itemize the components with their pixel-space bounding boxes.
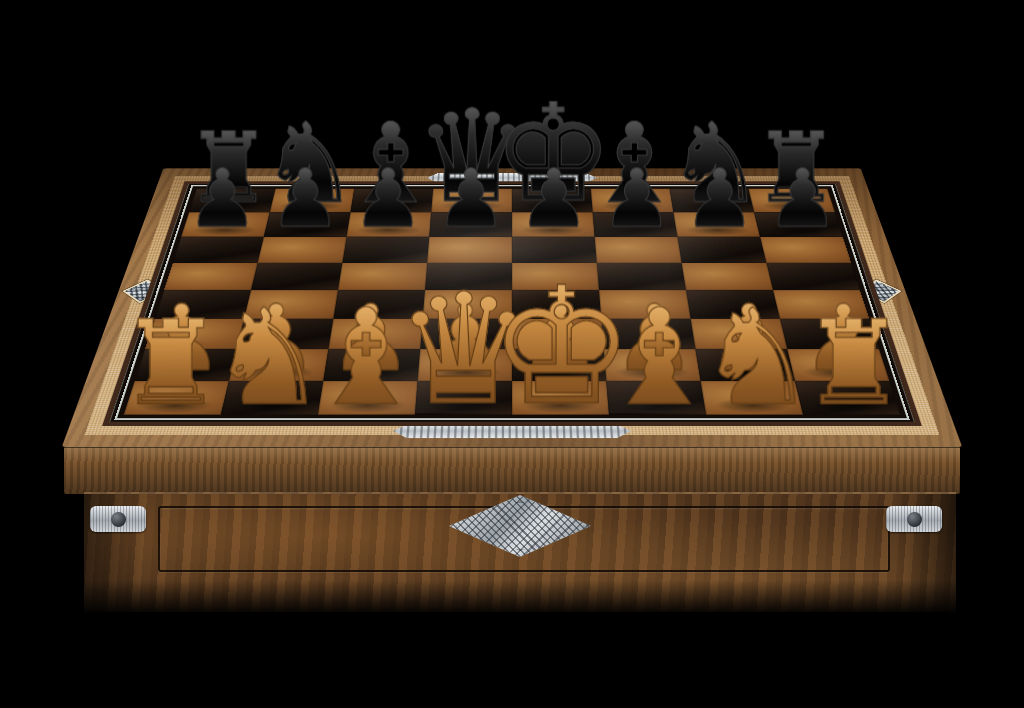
- square-d7[interactable]: ♟: [429, 212, 512, 237]
- chess-box-top: ♜♞♝♛♚♝♞♜♟♟♟♟♟♟♟♟♟♟♟♟♟♟♟♟♜♞♝♛♚♝♞♜: [62, 168, 962, 446]
- frame-dark-strip: ♜♞♝♛♚♝♞♜♟♟♟♟♟♟♟♟♟♟♟♟♟♟♟♟♜♞♝♛♚♝♞♜: [102, 181, 922, 426]
- piece-black-pawn-g7[interactable]: ♟: [683, 159, 755, 239]
- piece-black-pawn-b7[interactable]: ♟: [269, 159, 341, 239]
- piece-black-pawn-d7[interactable]: ♟: [435, 159, 507, 239]
- piece-white-king-e1[interactable]: ♚: [488, 265, 634, 427]
- piece-black-pawn-h7[interactable]: ♟: [766, 159, 838, 239]
- board-border-band: ♜♞♝♛♚♝♞♜♟♟♟♟♟♟♟♟♟♟♟♟♟♟♟♟♜♞♝♛♚♝♞♜: [109, 184, 915, 423]
- piece-black-pawn-c7[interactable]: ♟: [352, 159, 424, 239]
- square-f7[interactable]: ♟: [593, 212, 678, 237]
- board-frame: ♜♞♝♛♚♝♞♜♟♟♟♟♟♟♟♟♟♟♟♟♟♟♟♟♜♞♝♛♚♝♞♜: [62, 168, 962, 446]
- piece-white-rook-a1[interactable]: ♜: [118, 304, 223, 421]
- square-e7[interactable]: ♟: [512, 212, 595, 237]
- square-e1[interactable]: ♚: [512, 381, 609, 415]
- square-h7[interactable]: ♟: [754, 212, 843, 237]
- piece-black-pawn-e7[interactable]: ♟: [518, 159, 590, 239]
- perspective-scene: ♜♞♝♛♚♝♞♜♟♟♟♟♟♟♟♟♟♟♟♟♟♟♟♟♜♞♝♛♚♝♞♜: [0, 0, 1024, 708]
- square-c7[interactable]: ♟: [347, 212, 432, 237]
- square-g1[interactable]: ♞: [701, 381, 804, 415]
- piece-white-knight-g1[interactable]: ♞: [697, 291, 816, 424]
- photo-scene: ♜♞♝♛♚♝♞♜♟♟♟♟♟♟♟♟♟♟♟♟♟♟♟♟♜♞♝♛♚♝♞♜: [0, 0, 1024, 708]
- piece-black-pawn-a7[interactable]: ♟: [186, 159, 258, 239]
- square-a7[interactable]: ♟: [181, 212, 270, 237]
- silver-pinstripe-border: ♜♞♝♛♚♝♞♜♟♟♟♟♟♟♟♟♟♟♟♟♟♟♟♟♜♞♝♛♚♝♞♜: [114, 185, 909, 419]
- piece-black-pawn-f7[interactable]: ♟: [600, 159, 672, 239]
- square-g7[interactable]: ♟: [673, 212, 760, 237]
- frame-inlay-band: ♜♞♝♛♚♝♞♜♟♟♟♟♟♟♟♟♟♟♟♟♟♟♟♟♜♞♝♛♚♝♞♜: [84, 176, 940, 436]
- piece-white-rook-h1[interactable]: ♜: [801, 304, 906, 421]
- square-b7[interactable]: ♟: [264, 212, 351, 237]
